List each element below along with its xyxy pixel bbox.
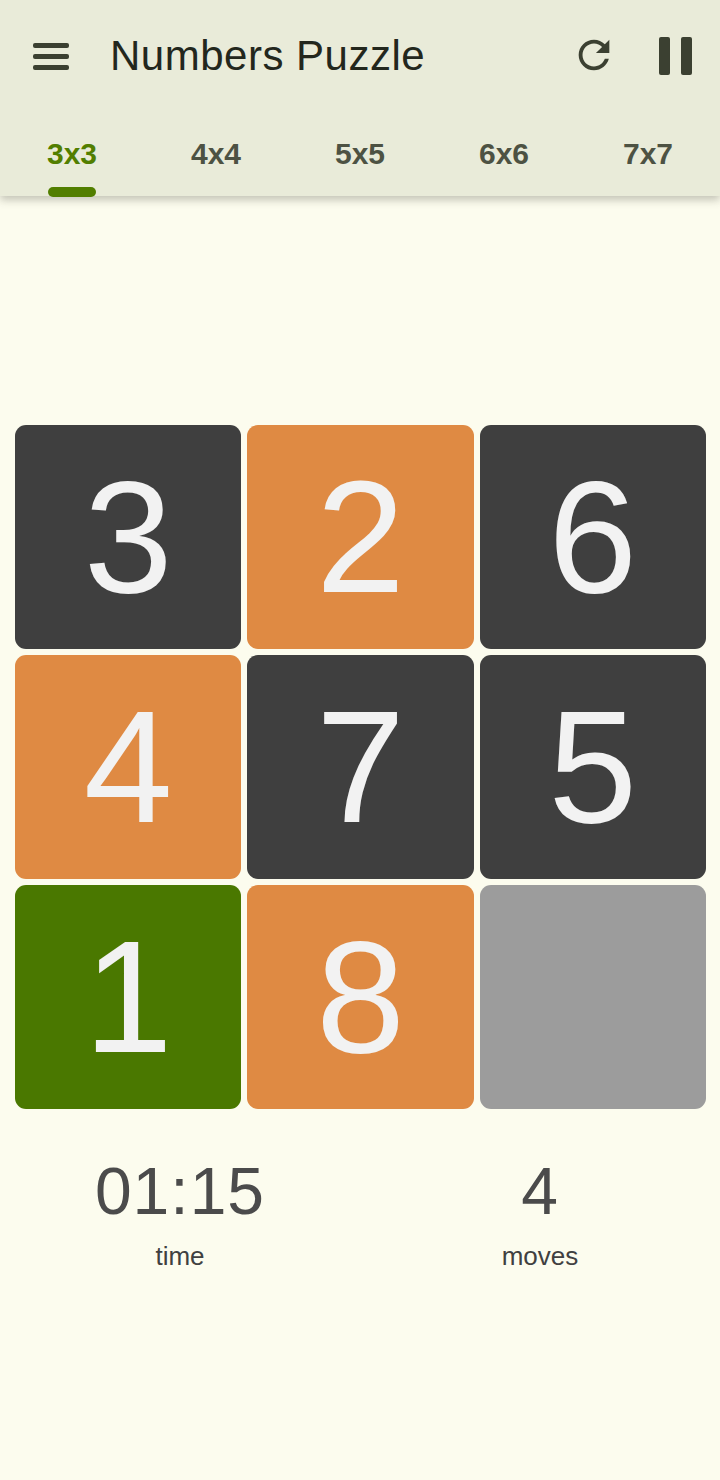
pause-icon: [659, 37, 692, 75]
tile-7[interactable]: 7: [247, 655, 473, 879]
empty-cell: [480, 885, 706, 1109]
time-value: 01:15: [0, 1153, 360, 1229]
tile-3[interactable]: 3: [15, 425, 241, 649]
app-bar: Numbers Puzzle 3x3: [0, 0, 720, 196]
tile-1[interactable]: 1: [15, 885, 241, 1109]
stats-row: 01:15 time 4 moves: [0, 1153, 720, 1272]
tab-7x7[interactable]: 7x7: [576, 112, 720, 196]
tab-6x6-label: 6x6: [479, 137, 529, 171]
moves-stat: 4 moves: [360, 1153, 720, 1272]
active-tab-indicator: [48, 187, 96, 197]
hamburger-icon: [33, 43, 69, 70]
menu-button[interactable]: [33, 43, 69, 70]
time-label: time: [0, 1241, 360, 1272]
tile-8[interactable]: 8: [247, 885, 473, 1109]
tab-5x5-label: 5x5: [335, 137, 385, 171]
tab-6x6[interactable]: 6x6: [432, 112, 576, 196]
pause-button[interactable]: [659, 37, 692, 75]
game-area: 3 2 6 4 7 5 1 8 01:15 time 4 moves: [0, 196, 720, 1272]
time-stat: 01:15 time: [0, 1153, 360, 1272]
toolbar-actions: [571, 32, 692, 81]
tab-4x4-label: 4x4: [191, 137, 241, 171]
toolbar: Numbers Puzzle: [0, 0, 720, 112]
numbers-puzzle-app: Numbers Puzzle 3x3: [0, 0, 720, 1480]
moves-value: 4: [360, 1153, 720, 1229]
tile-4[interactable]: 4: [15, 655, 241, 879]
tab-5x5[interactable]: 5x5: [288, 112, 432, 196]
puzzle-board: 3 2 6 4 7 5 1 8: [15, 425, 706, 1109]
tab-3x3[interactable]: 3x3: [0, 112, 144, 196]
tile-6[interactable]: 6: [480, 425, 706, 649]
tile-2[interactable]: 2: [247, 425, 473, 649]
restart-button[interactable]: [571, 32, 617, 81]
moves-label: moves: [360, 1241, 720, 1272]
tab-7x7-label: 7x7: [623, 137, 673, 171]
app-title: Numbers Puzzle: [110, 32, 425, 80]
tile-5[interactable]: 5: [480, 655, 706, 879]
tab-4x4[interactable]: 4x4: [144, 112, 288, 196]
size-tabs: 3x3 4x4 5x5 6x6 7x7: [0, 112, 720, 196]
tab-3x3-label: 3x3: [47, 137, 97, 171]
refresh-icon: [571, 32, 617, 81]
